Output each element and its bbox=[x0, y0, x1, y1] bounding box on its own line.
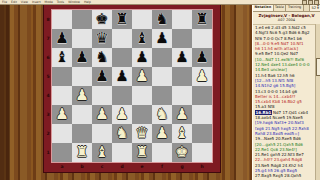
square-c6[interactable]: ♞ bbox=[92, 48, 112, 67]
black-pawn-g6[interactable]: ♟ bbox=[175, 48, 188, 67]
black-pawn-f7[interactable]: ♟ bbox=[155, 29, 168, 48]
white-pawn-a3[interactable]: ♟ bbox=[55, 105, 68, 124]
maximize-button[interactable] bbox=[308, 0, 313, 5]
square-a4[interactable] bbox=[52, 86, 72, 105]
chess-board-frame: 87654321 ♚♜♞♜♟♛♝♟♝♟♞♟♟♟♟♟♟♟♟♟♟♟♞♟♞♛♟♝♜♝♜… bbox=[44, 4, 220, 172]
square-b7[interactable] bbox=[72, 29, 92, 48]
spinner-down-icon[interactable]: ▼ bbox=[317, 8, 319, 11]
square-e3[interactable] bbox=[132, 105, 152, 124]
white-queen-e2[interactable]: ♛ bbox=[135, 124, 148, 143]
file-label-d: d bbox=[112, 162, 132, 172]
square-h5[interactable]: ♟ bbox=[192, 67, 212, 86]
notation-text: [10...Nd7 11.exf6?! Bxf6 bbox=[255, 57, 304, 62]
menu-item-help[interactable]: Help bbox=[84, 1, 91, 4]
square-c8[interactable]: ♚ bbox=[92, 10, 112, 29]
notation-text: 21.Re1 gxh5 22.Nf3 Be7 bbox=[255, 152, 304, 157]
square-b4[interactable]: ♟ bbox=[72, 86, 92, 105]
white-bishop-c1[interactable]: ♝ bbox=[95, 143, 108, 162]
file-label-b: b bbox=[72, 162, 92, 172]
square-e6[interactable]: ♟ bbox=[132, 48, 152, 67]
square-g7[interactable] bbox=[172, 29, 192, 48]
square-c4[interactable] bbox=[92, 86, 112, 105]
square-a3[interactable]: ♟ bbox=[52, 105, 72, 124]
notation-text: fxg6 21.Ng5 hxg5 22.Rxh8 bbox=[255, 126, 309, 131]
square-c2[interactable] bbox=[92, 124, 112, 143]
notation-text: [12...h5 13.Nf1 Nf8 bbox=[255, 78, 293, 83]
current-move-highlight[interactable]: 16.Rb1 bbox=[255, 110, 272, 115]
menu-item-view[interactable]: View bbox=[21, 1, 28, 4]
notation-text: 13.c3 0-0-0 14.b4 g6 bbox=[255, 89, 297, 94]
rank-label-6: 6 bbox=[44, 48, 52, 67]
app-window: FileEditViewInsertModeToolsWindowHelp 87… bbox=[0, 0, 320, 180]
square-h2[interactable] bbox=[192, 124, 212, 143]
notation-text: 15.a3 Nf8 bbox=[255, 104, 275, 109]
menu-item-insert[interactable]: Insert bbox=[32, 1, 41, 4]
white-pawn-h5[interactable]: ♟ bbox=[195, 67, 208, 86]
square-h3[interactable] bbox=[192, 105, 212, 124]
square-f6[interactable] bbox=[152, 48, 172, 67]
square-e7[interactable]: ♝ bbox=[132, 29, 152, 48]
tab-training[interactable]: Training bbox=[286, 4, 303, 11]
rank-label-8: 8 bbox=[44, 10, 52, 29]
black-pawn-b6[interactable]: ♟ bbox=[75, 48, 88, 67]
square-a1[interactable] bbox=[52, 143, 72, 162]
white-rook-e1[interactable]: ♜ bbox=[135, 143, 148, 162]
square-f7[interactable]: ♟ bbox=[152, 29, 172, 48]
square-a5[interactable] bbox=[52, 67, 72, 86]
white-rook-b1[interactable]: ♜ bbox=[75, 143, 88, 162]
file-label-f: f bbox=[152, 162, 172, 172]
white-king-g1[interactable]: ♚ bbox=[175, 143, 188, 162]
square-c5[interactable]: ♟ bbox=[92, 67, 112, 86]
square-g2[interactable]: ♝ bbox=[172, 124, 192, 143]
rank-label-4: 4 bbox=[44, 86, 52, 105]
notation-text: 23.Ne5 Rdg8 24.Kh2 h4 bbox=[255, 163, 303, 168]
square-g3[interactable]: ♟ bbox=[172, 105, 192, 124]
square-f2[interactable]: ♟ bbox=[152, 124, 172, 143]
notation-text: Rxh8 23.Bxd5 exd5=] bbox=[255, 131, 299, 136]
black-bishop-e7[interactable]: ♝ bbox=[135, 29, 148, 48]
square-b3[interactable] bbox=[72, 105, 92, 124]
rank-label-5: 5 bbox=[44, 67, 52, 86]
spinner-arrows[interactable]: ▲▼ bbox=[317, 5, 319, 10]
notation-text: [19.hxg6 Nxf3+ 20.Nxf3 bbox=[255, 120, 304, 125]
square-a7[interactable]: ♟ bbox=[52, 29, 72, 48]
white-pawn-b4[interactable]: ♟ bbox=[75, 86, 88, 105]
square-b2[interactable] bbox=[72, 124, 92, 143]
square-h4[interactable] bbox=[192, 86, 212, 105]
square-f3[interactable]: ♞ bbox=[152, 105, 172, 124]
square-e5[interactable]: ♟ bbox=[132, 67, 152, 86]
square-h1[interactable] bbox=[192, 143, 212, 162]
notation-text: 11.h4 Ba6 12.h5 h6 bbox=[255, 73, 295, 78]
square-e4[interactable] bbox=[132, 86, 152, 105]
game-header: Zvjaginsev,V - Bologan,V A07 2004 bbox=[253, 12, 320, 25]
black-pawn-e6[interactable]: ♟ bbox=[135, 48, 148, 67]
square-a6[interactable]: ♝ bbox=[52, 48, 72, 67]
menu-item-window[interactable]: Window bbox=[68, 1, 80, 4]
rank-label-2: 2 bbox=[44, 124, 52, 143]
move-number-spinner[interactable]: 52▲▼ bbox=[309, 4, 320, 11]
window-buttons bbox=[302, 0, 319, 5]
notation-text: Better is 14...cxb4!? bbox=[255, 94, 295, 99]
menu-item-tools[interactable]: Tools bbox=[57, 1, 64, 4]
black-knight-c6[interactable]: ♞ bbox=[95, 48, 108, 67]
event-line: A07 2004 bbox=[255, 18, 318, 23]
notation-text: 22...h4!? 23.gxh4 Rdg8 bbox=[255, 157, 302, 162]
tab-notation[interactable]: Notation bbox=[253, 4, 274, 11]
menu-bar: FileEditViewInsertModeToolsWindowHelp bbox=[0, 0, 320, 5]
black-pawn-d5[interactable]: ♟ bbox=[115, 67, 128, 86]
square-g6[interactable]: ♟ bbox=[172, 48, 192, 67]
square-f1[interactable] bbox=[152, 143, 172, 162]
white-pawn-c3[interactable]: ♟ bbox=[95, 105, 108, 124]
notation-text: [20...gxh5 21.Qxh5 Bd6 bbox=[255, 142, 303, 147]
notation-text: 22.Re1 Qc6 23.Ne4!] bbox=[255, 147, 297, 152]
square-f4[interactable] bbox=[152, 86, 172, 105]
menu-item-edit[interactable]: Edit bbox=[11, 1, 17, 4]
square-e2[interactable]: ♛ bbox=[132, 124, 152, 143]
notation-text: [8...0-0 9.e5 Nd7 10.Nf1 bbox=[255, 41, 303, 46]
square-f5[interactable] bbox=[152, 67, 172, 86]
black-rook-d8[interactable]: ♜ bbox=[115, 10, 128, 29]
menu-item-mode[interactable]: Mode bbox=[45, 1, 53, 4]
black-pawn-c5[interactable]: ♟ bbox=[95, 67, 108, 86]
notation-text: Nf6 7.0-0 Qc7 8.Re1 b6 bbox=[255, 36, 302, 41]
notation-panel: NotationTableTraining52▲▼ Zvjaginsev,V -… bbox=[252, 4, 320, 180]
black-rook-h8[interactable]: ♜ bbox=[195, 10, 208, 29]
square-b5[interactable] bbox=[72, 67, 92, 86]
black-king-c8[interactable]: ♚ bbox=[95, 10, 108, 29]
square-c7[interactable]: ♛ bbox=[92, 29, 112, 48]
notation-text: 25.g4 h5 26.g5 Bxg5 bbox=[255, 168, 297, 173]
notation-text: 14.N1h2 g6 15.Bg5] bbox=[255, 83, 295, 88]
square-d3[interactable]: ♟ bbox=[112, 105, 132, 124]
menu-item-file[interactable]: File bbox=[2, 1, 7, 4]
rank-label-1: 1 bbox=[44, 143, 52, 162]
file-label-c: c bbox=[92, 162, 112, 172]
white-knight-d2[interactable]: ♞ bbox=[115, 124, 128, 143]
square-a8[interactable] bbox=[52, 10, 72, 29]
notation-text: 4.Ngf3 Nc6 5.g3 Bd6 6.Bg2 bbox=[255, 30, 310, 35]
square-g8[interactable] bbox=[172, 10, 192, 29]
square-c3[interactable]: ♟ bbox=[92, 105, 112, 124]
scrollbar[interactable] bbox=[315, 24, 320, 180]
square-g4[interactable] bbox=[172, 86, 192, 105]
black-pawn-h6[interactable]: ♟ bbox=[195, 48, 208, 67]
square-c1[interactable]: ♝ bbox=[92, 143, 112, 162]
notation-text: 15.cxb4 Kb8 16.Bb2 g5 bbox=[255, 99, 302, 104]
file-label-e: e bbox=[132, 162, 152, 172]
close-button[interactable] bbox=[314, 0, 319, 5]
notation-text: h6 11.h4 with attack] bbox=[255, 46, 298, 51]
square-d2[interactable]: ♞ bbox=[112, 124, 132, 143]
square-d5[interactable]: ♟ bbox=[112, 67, 132, 86]
chess-board[interactable]: ♚♜♞♜♟♛♝♟♝♟♞♟♟♟♟♟♟♟♟♟♟♟♞♟♞♛♟♝♜♝♜♚ bbox=[52, 10, 212, 162]
white-pawn-d3[interactable]: ♟ bbox=[115, 105, 128, 124]
notation-text: 27.Bxg5 Rxg5 28.Qxh5 bbox=[255, 173, 301, 178]
white-pawn-f2[interactable]: ♟ bbox=[155, 124, 168, 143]
notation-line[interactable]: 27.Bxg5 Rxg5 28.Qxh5 bbox=[255, 173, 315, 178]
minimize-button[interactable] bbox=[302, 0, 307, 5]
white-bishop-g2[interactable]: ♝ bbox=[175, 124, 188, 143]
square-d1[interactable] bbox=[112, 143, 132, 162]
spinner-value: 52 bbox=[311, 6, 316, 10]
white-pawn-e5[interactable]: ♟ bbox=[135, 67, 148, 86]
tab-table[interactable]: Table bbox=[274, 4, 287, 11]
black-queen-c7[interactable]: ♛ bbox=[95, 29, 108, 48]
square-h7[interactable] bbox=[192, 29, 212, 48]
square-b1[interactable]: ♜ bbox=[72, 143, 92, 162]
square-a2[interactable] bbox=[52, 124, 72, 143]
square-d7[interactable] bbox=[112, 29, 132, 48]
black-bishop-a6[interactable]: ♝ bbox=[55, 48, 68, 67]
square-d8[interactable]: ♜ bbox=[112, 10, 132, 29]
white-pawn-g3[interactable]: ♟ bbox=[175, 105, 188, 124]
square-d6[interactable] bbox=[112, 48, 132, 67]
notation-text: Nd7 17.Qd1 cxb4 bbox=[272, 110, 308, 115]
move-list[interactable]: 1.e4 e6 2.d3 d5 3.Nd2 c54.Ngf3 Nc6 5.g3 … bbox=[253, 24, 316, 180]
square-f8[interactable]: ♞ bbox=[152, 10, 172, 29]
file-label-g: g bbox=[172, 162, 192, 172]
notation-text: 19...Nxe5 20.Rxe5 Bd6 bbox=[255, 136, 301, 141]
black-pawn-a7[interactable]: ♟ bbox=[55, 29, 68, 48]
square-b6[interactable]: ♟ bbox=[72, 48, 92, 67]
notation-text: 14.Be3 unclear] bbox=[255, 67, 287, 72]
rank-label-7: 7 bbox=[44, 29, 52, 48]
notation-text: 12.Ne4 dxe4 13.dxe4 0-0-0 bbox=[255, 62, 310, 67]
black-knight-f8[interactable]: ♞ bbox=[155, 10, 168, 29]
rank-label-3: 3 bbox=[44, 105, 52, 124]
square-e1[interactable]: ♜ bbox=[132, 143, 152, 162]
scrollbar-thumb[interactable] bbox=[316, 58, 320, 76]
menu-items: FileEditViewInsertModeToolsWindowHelp bbox=[0, 1, 91, 4]
white-knight-f3[interactable]: ♞ bbox=[155, 105, 168, 124]
file-labels: abcdefgh bbox=[52, 162, 212, 172]
square-h8[interactable]: ♜ bbox=[192, 10, 212, 29]
file-label-h: h bbox=[192, 162, 212, 172]
square-e8[interactable] bbox=[132, 10, 152, 29]
square-b8[interactable] bbox=[72, 10, 92, 29]
square-g1[interactable]: ♚ bbox=[172, 143, 192, 162]
square-d4[interactable] bbox=[112, 86, 132, 105]
rank-labels: 87654321 bbox=[44, 10, 52, 162]
notation-text: 9.e5 Be7 10.Qe2 Nd7 bbox=[255, 51, 298, 56]
notation-text: 1.e4 e6 2.d3 d5 3.Nd2 c5 bbox=[255, 25, 306, 30]
file-label-a: a bbox=[52, 162, 72, 172]
notation-text: 18.axb4 Ncxe5 19.Nxe5 bbox=[255, 115, 303, 120]
square-g5[interactable] bbox=[172, 67, 192, 86]
square-h6[interactable]: ♟ bbox=[192, 48, 212, 67]
panel-tabs: NotationTableTraining52▲▼ bbox=[253, 4, 320, 12]
